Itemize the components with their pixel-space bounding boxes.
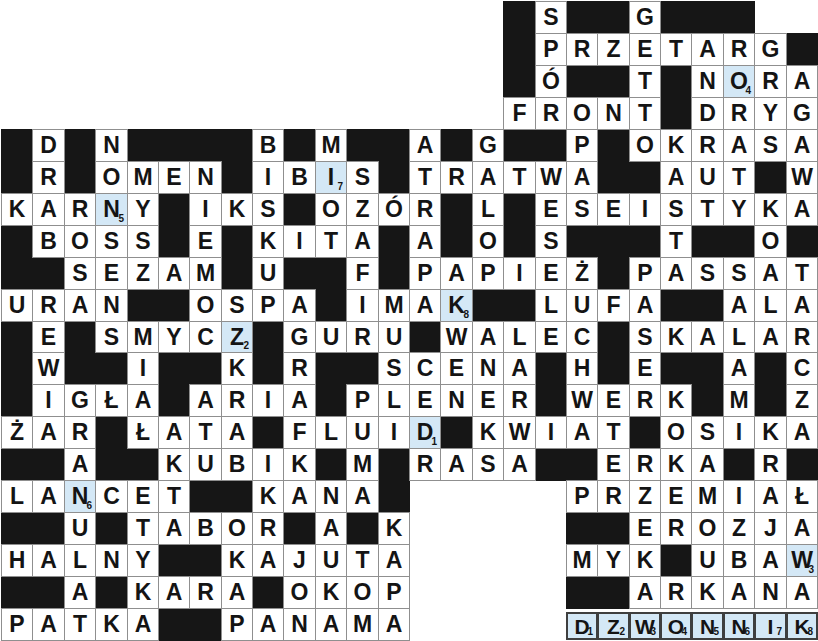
letter-cell[interactable]: A xyxy=(189,384,222,417)
letter-cell[interactable]: R xyxy=(723,33,755,66)
letter-cell[interactable]: A xyxy=(566,161,598,194)
letter-cell[interactable]: A xyxy=(786,65,818,98)
letter-cell[interactable]: Ż xyxy=(1,416,33,449)
letter-cell[interactable]: A xyxy=(723,129,755,162)
letter-cell[interactable]: A xyxy=(786,416,818,449)
letter-cell[interactable]: E xyxy=(440,352,473,385)
letter-cell[interactable]: N xyxy=(95,129,128,162)
letter-cell[interactable]: I xyxy=(283,225,316,258)
letter-cell[interactable]: K xyxy=(754,416,787,449)
letter-cell[interactable]: K xyxy=(158,448,190,481)
letter-cell[interactable]: I xyxy=(127,352,159,385)
letter-cell[interactable]: O xyxy=(754,225,787,258)
letter-cell[interactable]: O xyxy=(64,225,96,258)
letter-cell[interactable]: K xyxy=(221,352,253,385)
letter-cell[interactable]: A xyxy=(723,289,755,322)
letter-cell[interactable]: W xyxy=(535,161,567,194)
letter-cell[interactable]: A xyxy=(158,416,190,449)
letter-cell[interactable]: O xyxy=(472,225,504,258)
letter-cell[interactable]: I xyxy=(723,480,755,513)
letter-cell[interactable]: A xyxy=(786,289,818,322)
letter-cell[interactable]: E xyxy=(629,352,661,385)
letter-cell[interactable]: R xyxy=(64,193,96,226)
letter-cell[interactable]: S xyxy=(691,257,724,290)
letter-cell[interactable]: Ł xyxy=(786,480,818,513)
letter-cell[interactable]: U xyxy=(691,544,724,577)
letter-cell[interactable]: I xyxy=(378,416,410,449)
letter-cell[interactable]: A xyxy=(629,576,661,609)
letter-cell[interactable]: U xyxy=(346,416,379,449)
letter-cell[interactable]: I xyxy=(189,193,222,226)
letter-cell[interactable]: P xyxy=(629,257,661,290)
letter-cell[interactable]: P xyxy=(409,257,441,290)
letter-cell[interactable]: K xyxy=(221,193,253,226)
letter-cell[interactable]: Z xyxy=(629,480,661,513)
letter-cell[interactable]: B xyxy=(252,129,284,162)
letter-cell[interactable]: F xyxy=(503,97,536,130)
letter-cell[interactable]: S xyxy=(691,416,724,449)
letter-cell[interactable]: R xyxy=(221,384,253,417)
letter-cell[interactable]: L xyxy=(723,321,755,353)
letter-cell[interactable]: S xyxy=(754,129,787,162)
letter-cell[interactable]: R xyxy=(691,129,724,162)
letter-cell[interactable]: C xyxy=(189,321,222,353)
letter-cell[interactable]: S xyxy=(95,321,128,353)
letter-cell[interactable]: Z xyxy=(723,512,755,545)
letter-cell[interactable]: K xyxy=(221,544,253,577)
letter-cell[interactable]: L xyxy=(64,544,96,577)
letter-cell[interactable]: T xyxy=(660,225,692,258)
letter-cell[interactable]: A xyxy=(660,161,692,194)
letter-cell[interactable]: L xyxy=(754,289,787,322)
letter-cell[interactable]: I xyxy=(629,193,661,226)
letter-cell[interactable]: A xyxy=(283,289,316,322)
letter-cell[interactable]: T xyxy=(189,416,222,449)
letter-cell[interactable]: Y xyxy=(754,97,787,130)
letter-cell[interactable]: A xyxy=(503,352,536,385)
letter-cell[interactable]: E xyxy=(409,384,441,417)
letter-cell[interactable]: A xyxy=(440,257,473,290)
letter-cell[interactable]: K xyxy=(629,544,661,577)
letter-cell[interactable]: A xyxy=(660,257,692,290)
letter-cell[interactable]: R xyxy=(754,448,787,481)
highlighted-letter-cell[interactable]: I7 xyxy=(315,161,347,194)
letter-cell[interactable]: J xyxy=(283,544,316,577)
letter-cell[interactable]: T xyxy=(503,161,536,194)
letter-cell[interactable]: N xyxy=(189,161,222,194)
highlighted-letter-cell[interactable]: W3 xyxy=(786,544,818,577)
letter-cell[interactable]: A xyxy=(723,352,755,385)
letter-cell[interactable]: A xyxy=(32,416,65,449)
letter-cell[interactable]: R xyxy=(786,321,818,353)
letter-cell[interactable]: R xyxy=(409,193,441,226)
letter-cell[interactable]: J xyxy=(754,512,787,545)
letter-cell[interactable]: N xyxy=(754,576,787,609)
letter-cell[interactable]: T xyxy=(346,544,379,577)
letter-cell[interactable]: K xyxy=(95,608,128,641)
letter-cell[interactable]: H xyxy=(566,352,598,385)
letter-cell[interactable]: C xyxy=(95,480,128,513)
letter-cell[interactable]: E xyxy=(597,193,630,226)
letter-cell[interactable]: T xyxy=(660,33,692,66)
letter-cell[interactable]: E xyxy=(127,480,159,513)
letter-cell[interactable]: A xyxy=(283,384,316,417)
letter-cell[interactable]: O xyxy=(566,97,598,130)
letter-cell[interactable]: I xyxy=(252,161,284,194)
letter-cell[interactable]: E xyxy=(472,384,504,417)
letter-cell[interactable]: K xyxy=(315,576,347,609)
letter-cell[interactable]: A xyxy=(754,544,787,577)
letter-cell[interactable]: Y xyxy=(158,321,190,353)
letter-cell[interactable]: M xyxy=(127,161,159,194)
letter-cell[interactable]: E xyxy=(597,384,630,417)
letter-cell[interactable]: E xyxy=(597,448,630,481)
letter-cell[interactable]: T xyxy=(158,480,190,513)
letter-cell[interactable]: Ó xyxy=(378,193,410,226)
letter-cell[interactable]: F xyxy=(346,257,379,290)
highlighted-letter-cell[interactable]: D1 xyxy=(409,416,441,449)
letter-cell[interactable]: U xyxy=(64,512,96,545)
letter-cell[interactable]: S xyxy=(660,193,692,226)
letter-cell[interactable]: N xyxy=(95,544,128,577)
letter-cell[interactable]: P xyxy=(566,480,598,513)
letter-cell[interactable]: A xyxy=(723,576,755,609)
letter-cell[interactable]: A xyxy=(378,608,410,641)
letter-cell[interactable]: P xyxy=(566,129,598,162)
letter-cell[interactable]: R xyxy=(440,161,473,194)
letter-cell[interactable]: R xyxy=(629,448,661,481)
letter-cell[interactable]: A xyxy=(64,576,96,609)
letter-cell[interactable]: E xyxy=(158,161,190,194)
letter-cell[interactable]: A xyxy=(32,608,65,641)
letter-cell[interactable]: E xyxy=(32,321,65,353)
letter-cell[interactable]: U xyxy=(378,321,410,353)
letter-cell[interactable]: L xyxy=(315,416,347,449)
letter-cell[interactable]: L xyxy=(1,480,33,513)
letter-cell[interactable]: L xyxy=(503,321,536,353)
letter-cell[interactable]: S xyxy=(127,225,159,258)
letter-cell[interactable]: A xyxy=(409,129,441,162)
letter-cell[interactable]: U xyxy=(252,257,284,290)
letter-cell[interactable]: R xyxy=(660,512,692,545)
letter-cell[interactable]: T xyxy=(315,225,347,258)
letter-cell[interactable]: A xyxy=(754,480,787,513)
letter-cell[interactable]: C xyxy=(566,321,598,353)
highlighted-letter-cell[interactable]: O4 xyxy=(723,65,755,98)
letter-cell[interactable]: R xyxy=(346,321,379,353)
letter-cell[interactable]: M xyxy=(723,384,755,417)
letter-cell[interactable]: N xyxy=(315,480,347,513)
letter-cell[interactable]: G xyxy=(64,384,96,417)
letter-cell[interactable]: M xyxy=(566,544,598,577)
letter-cell[interactable]: S xyxy=(566,193,598,226)
letter-cell[interactable]: K xyxy=(252,225,284,258)
letter-cell[interactable]: G xyxy=(754,33,787,66)
letter-cell[interactable]: P xyxy=(472,257,504,290)
letter-cell[interactable]: T xyxy=(786,257,818,290)
letter-cell[interactable]: R xyxy=(535,97,567,130)
solution-cell[interactable]: O4 xyxy=(660,612,692,640)
letter-cell[interactable]: G xyxy=(283,321,316,353)
letter-cell[interactable]: E xyxy=(189,225,222,258)
letter-cell[interactable]: U xyxy=(691,161,724,194)
letter-cell[interactable]: I xyxy=(252,384,284,417)
letter-cell[interactable]: E xyxy=(629,512,661,545)
letter-cell[interactable]: U xyxy=(1,289,33,322)
letter-cell[interactable]: A xyxy=(346,225,379,258)
letter-cell[interactable]: U xyxy=(315,321,347,353)
letter-cell[interactable]: W xyxy=(566,384,598,417)
letter-cell[interactable]: A xyxy=(409,289,441,322)
letter-cell[interactable]: M xyxy=(346,608,379,641)
highlighted-letter-cell[interactable]: N6 xyxy=(64,480,96,513)
letter-cell[interactable]: L xyxy=(472,193,504,226)
letter-cell[interactable]: M xyxy=(346,448,379,481)
letter-cell[interactable]: I xyxy=(252,448,284,481)
letter-cell[interactable]: K xyxy=(660,129,692,162)
letter-cell[interactable]: O xyxy=(346,576,379,609)
letter-cell[interactable]: Y xyxy=(597,544,630,577)
letter-cell[interactable]: Z xyxy=(786,384,818,417)
letter-cell[interactable]: B xyxy=(221,448,253,481)
letter-cell[interactable]: R xyxy=(283,352,316,385)
letter-cell[interactable]: S xyxy=(723,257,755,290)
letter-cell[interactable]: D xyxy=(691,97,724,130)
letter-cell[interactable]: D xyxy=(32,129,65,162)
letter-cell[interactable]: A xyxy=(786,193,818,226)
letter-cell[interactable]: A xyxy=(378,544,410,577)
letter-cell[interactable]: A xyxy=(221,576,253,609)
letter-cell[interactable]: Ł xyxy=(127,416,159,449)
letter-cell[interactable]: Z xyxy=(346,193,379,226)
letter-cell[interactable]: A xyxy=(158,257,190,290)
letter-cell[interactable]: E xyxy=(95,257,128,290)
letter-cell[interactable]: H xyxy=(1,544,33,577)
letter-cell[interactable]: P xyxy=(221,608,253,641)
letter-cell[interactable]: A xyxy=(64,448,96,481)
letter-cell[interactable]: A xyxy=(786,512,818,545)
letter-cell[interactable]: Z xyxy=(597,33,630,66)
letter-cell[interactable]: S xyxy=(535,1,567,34)
letter-cell[interactable]: C xyxy=(409,352,441,385)
letter-cell[interactable]: F xyxy=(283,416,316,449)
letter-cell[interactable]: O xyxy=(95,161,128,194)
letter-cell[interactable]: N xyxy=(597,97,630,130)
letter-cell[interactable]: T xyxy=(629,97,661,130)
letter-cell[interactable]: F xyxy=(597,289,630,322)
letter-cell[interactable]: S xyxy=(378,352,410,385)
letter-cell[interactable]: A xyxy=(472,161,504,194)
letter-cell[interactable]: O xyxy=(315,193,347,226)
solution-cell[interactable]: N6 xyxy=(723,612,755,640)
letter-cell[interactable]: I xyxy=(32,384,65,417)
letter-cell[interactable]: M xyxy=(127,321,159,353)
letter-cell[interactable]: L xyxy=(535,289,567,322)
letter-cell[interactable]: R xyxy=(503,384,536,417)
letter-cell[interactable]: S xyxy=(221,289,253,322)
letter-cell[interactable]: N xyxy=(283,608,316,641)
letter-cell[interactable]: G xyxy=(786,97,818,130)
highlighted-letter-cell[interactable]: Z2 xyxy=(221,321,253,353)
letter-cell[interactable]: U xyxy=(566,289,598,322)
solution-cell[interactable]: W3 xyxy=(629,612,661,640)
letter-cell[interactable]: S xyxy=(64,257,96,290)
letter-cell[interactable]: A xyxy=(32,480,65,513)
letter-cell[interactable]: R xyxy=(723,97,755,130)
letter-cell[interactable]: K xyxy=(660,384,692,417)
letter-cell[interactable]: E xyxy=(535,257,567,290)
letter-cell[interactable]: B xyxy=(189,512,222,545)
letter-cell[interactable]: K xyxy=(1,193,33,226)
letter-cell[interactable]: K xyxy=(691,576,724,609)
letter-cell[interactable]: R xyxy=(189,576,222,609)
letter-cell[interactable]: A xyxy=(691,321,724,353)
letter-cell[interactable]: K xyxy=(127,576,159,609)
letter-cell[interactable]: Z xyxy=(127,257,159,290)
letter-cell[interactable]: B xyxy=(723,544,755,577)
letter-cell[interactable]: P xyxy=(346,384,379,417)
letter-cell[interactable]: A xyxy=(629,289,661,322)
letter-cell[interactable]: N xyxy=(472,352,504,385)
letter-cell[interactable]: S xyxy=(472,448,504,481)
letter-cell[interactable]: E xyxy=(535,193,567,226)
letter-cell[interactable]: K xyxy=(660,448,692,481)
letter-cell[interactable]: G xyxy=(472,129,504,162)
letter-cell[interactable]: M xyxy=(189,257,222,290)
letter-cell[interactable]: Ó xyxy=(535,65,567,98)
solution-cell[interactable]: K8 xyxy=(786,612,818,640)
letter-cell[interactable]: R xyxy=(64,416,96,449)
letter-cell[interactable]: P xyxy=(378,576,410,609)
letter-cell[interactable]: S xyxy=(629,321,661,353)
letter-cell[interactable]: G xyxy=(629,1,661,34)
letter-cell[interactable]: P xyxy=(252,289,284,322)
letter-cell[interactable]: R xyxy=(754,65,787,98)
letter-cell[interactable]: A xyxy=(158,512,190,545)
letter-cell[interactable]: I xyxy=(723,416,755,449)
letter-cell[interactable]: A xyxy=(472,321,504,353)
letter-cell[interactable]: K xyxy=(283,448,316,481)
letter-cell[interactable]: M xyxy=(315,129,347,162)
letter-cell[interactable]: U xyxy=(315,544,347,577)
letter-cell[interactable]: R xyxy=(629,384,661,417)
letter-cell[interactable]: S xyxy=(252,193,284,226)
letter-cell[interactable]: S xyxy=(535,225,567,258)
letter-cell[interactable]: A xyxy=(221,416,253,449)
solution-cell[interactable]: D1 xyxy=(566,612,598,640)
letter-cell[interactable]: R xyxy=(597,480,630,513)
letter-cell[interactable]: P xyxy=(1,608,33,641)
letter-cell[interactable]: N xyxy=(95,289,128,322)
letter-cell[interactable]: B xyxy=(283,161,316,194)
letter-cell[interactable]: A xyxy=(32,544,65,577)
letter-cell[interactable]: A xyxy=(346,480,379,513)
letter-cell[interactable]: T xyxy=(723,161,755,194)
letter-cell[interactable]: I xyxy=(346,289,379,322)
letter-cell[interactable]: K xyxy=(378,512,410,545)
letter-cell[interactable]: R xyxy=(252,512,284,545)
highlighted-letter-cell[interactable]: K8 xyxy=(440,289,473,322)
letter-cell[interactable]: A xyxy=(754,257,787,290)
letter-cell[interactable]: A xyxy=(252,544,284,577)
letter-cell[interactable]: I xyxy=(503,257,536,290)
letter-cell[interactable]: T xyxy=(64,608,96,641)
letter-cell[interactable]: S xyxy=(95,225,128,258)
letter-cell[interactable]: C xyxy=(786,352,818,385)
letter-cell[interactable]: P xyxy=(535,33,567,66)
letter-cell[interactable]: O xyxy=(660,416,692,449)
letter-cell[interactable]: E xyxy=(535,321,567,353)
solution-cell[interactable]: Z2 xyxy=(597,612,630,640)
letter-cell[interactable]: A xyxy=(754,321,787,353)
letter-cell[interactable]: O xyxy=(221,512,253,545)
letter-cell[interactable]: N xyxy=(691,65,724,98)
letter-cell[interactable]: O xyxy=(189,289,222,322)
letter-cell[interactable]: Y xyxy=(127,193,159,226)
letter-cell[interactable]: W xyxy=(786,161,818,194)
letter-cell[interactable]: B xyxy=(32,225,65,258)
letter-cell[interactable]: M xyxy=(691,480,724,513)
letter-cell[interactable]: R xyxy=(32,161,65,194)
letter-cell[interactable]: O xyxy=(629,129,661,162)
letter-cell[interactable]: T xyxy=(629,65,661,98)
letter-cell[interactable]: T xyxy=(409,161,441,194)
letter-cell[interactable]: N xyxy=(440,384,473,417)
letter-cell[interactable]: E xyxy=(629,33,661,66)
letter-cell[interactable]: A xyxy=(127,384,159,417)
letter-cell[interactable]: T xyxy=(597,416,630,449)
letter-cell[interactable]: O xyxy=(691,512,724,545)
letter-cell[interactable]: R xyxy=(409,448,441,481)
letter-cell[interactable]: A xyxy=(409,225,441,258)
letter-cell[interactable]: M xyxy=(378,289,410,322)
letter-cell[interactable]: A xyxy=(691,33,724,66)
letter-cell[interactable]: K xyxy=(660,321,692,353)
letter-cell[interactable]: A xyxy=(127,608,159,641)
letter-cell[interactable]: A xyxy=(283,480,316,513)
letter-cell[interactable]: A xyxy=(64,289,96,322)
letter-cell[interactable]: R xyxy=(32,289,65,322)
letter-cell[interactable]: W xyxy=(440,321,473,353)
letter-cell[interactable]: Ż xyxy=(566,257,598,290)
letter-cell[interactable]: A xyxy=(503,448,536,481)
letter-cell[interactable]: Y xyxy=(723,193,755,226)
letter-cell[interactable]: T xyxy=(127,512,159,545)
solution-cell[interactable]: I7 xyxy=(754,612,787,640)
letter-cell[interactable]: A xyxy=(315,608,347,641)
solution-cell[interactable]: N5 xyxy=(691,612,724,640)
letter-cell[interactable]: T xyxy=(691,193,724,226)
letter-cell[interactable]: E xyxy=(660,480,692,513)
letter-cell[interactable]: A xyxy=(566,416,598,449)
letter-cell[interactable]: K xyxy=(754,193,787,226)
letter-cell[interactable]: W xyxy=(503,416,536,449)
letter-cell[interactable]: R xyxy=(660,576,692,609)
letter-cell[interactable]: S xyxy=(346,161,379,194)
letter-cell[interactable]: Ł xyxy=(95,384,128,417)
highlighted-letter-cell[interactable]: N5 xyxy=(95,193,128,226)
letter-cell[interactable]: A xyxy=(32,193,65,226)
letter-cell[interactable]: Y xyxy=(127,544,159,577)
letter-cell[interactable]: A xyxy=(158,576,190,609)
letter-cell[interactable]: A xyxy=(440,448,473,481)
letter-cell[interactable]: O xyxy=(283,576,316,609)
letter-cell[interactable]: R xyxy=(566,33,598,66)
letter-cell[interactable]: I xyxy=(535,416,567,449)
letter-cell[interactable]: K xyxy=(252,480,284,513)
letter-cell[interactable]: A xyxy=(252,608,284,641)
letter-cell[interactable]: W xyxy=(32,352,65,385)
